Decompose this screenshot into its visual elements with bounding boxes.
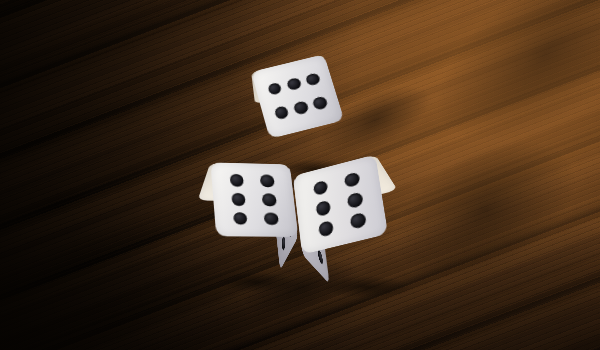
pip — [267, 82, 283, 96]
pip — [260, 175, 275, 187]
pip — [231, 193, 246, 206]
pip — [293, 101, 309, 116]
scene-dice-on-wood — [0, 0, 600, 350]
pip — [312, 96, 328, 110]
pip — [281, 235, 285, 253]
pip — [262, 193, 277, 206]
pip — [274, 105, 290, 120]
die-left-front-face-six — [210, 163, 298, 237]
pip — [315, 200, 331, 217]
pip — [233, 212, 248, 225]
pip — [305, 72, 321, 86]
pip — [264, 212, 279, 225]
left-die-contact-shadow — [208, 270, 304, 294]
pip — [313, 179, 329, 196]
pip — [347, 192, 363, 209]
pip — [286, 77, 302, 91]
die-left — [204, 182, 289, 254]
pip — [344, 171, 360, 188]
pip — [318, 220, 334, 237]
pip — [230, 174, 245, 187]
pip — [350, 212, 367, 229]
